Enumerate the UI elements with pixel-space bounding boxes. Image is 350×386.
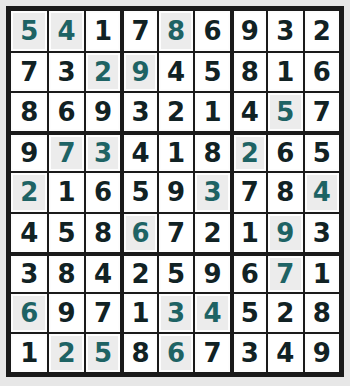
cell-r1c2[interactable]: 4 (47, 11, 83, 51)
cell-r7c1[interactable]: 3 (11, 252, 47, 292)
cell-r6c2[interactable]: 5 (47, 212, 83, 252)
cell-r3c4[interactable]: 3 (120, 91, 156, 131)
cell-r7c5[interactable]: 5 (157, 252, 193, 292)
cell-r2c2[interactable]: 3 (47, 51, 83, 91)
cell-r5c7[interactable]: 7 (230, 171, 266, 211)
cell-r5c2[interactable]: 1 (47, 171, 83, 211)
cell-r7c8[interactable]: 7 (266, 252, 302, 292)
cell-r7c2[interactable]: 8 (47, 252, 83, 292)
cell-r5c1[interactable]: 2 (11, 171, 47, 211)
cell-r9c4[interactable]: 8 (120, 332, 156, 372)
cell-r4c3[interactable]: 3 (84, 131, 120, 171)
cell-r6c8[interactable]: 9 (266, 212, 302, 252)
cell-r1c4[interactable]: 7 (120, 11, 156, 51)
cell-r2c9[interactable]: 6 (303, 51, 339, 91)
cell-r1c7[interactable]: 9 (230, 11, 266, 51)
cell-r8c7[interactable]: 5 (230, 292, 266, 332)
cell-r6c3[interactable]: 8 (84, 212, 120, 252)
cell-r3c3[interactable]: 9 (84, 91, 120, 131)
cell-r7c4[interactable]: 2 (120, 252, 156, 292)
cell-r9c7[interactable]: 3 (230, 332, 266, 372)
cell-r3c6[interactable]: 1 (193, 91, 229, 131)
cell-r8c4[interactable]: 1 (120, 292, 156, 332)
cell-r6c6[interactable]: 2 (193, 212, 229, 252)
cell-r9c6[interactable]: 7 (193, 332, 229, 372)
cell-r8c1[interactable]: 6 (11, 292, 47, 332)
cell-r7c7[interactable]: 6 (230, 252, 266, 292)
cell-r2c3[interactable]: 2 (84, 51, 120, 91)
cell-r9c2[interactable]: 2 (47, 332, 83, 372)
cell-r3c9[interactable]: 7 (303, 91, 339, 131)
cell-r4c6[interactable]: 8 (193, 131, 229, 171)
cell-r8c2[interactable]: 9 (47, 292, 83, 332)
cell-r9c5[interactable]: 6 (157, 332, 193, 372)
cell-r9c9[interactable]: 9 (303, 332, 339, 372)
cell-r7c3[interactable]: 4 (84, 252, 120, 292)
cell-r3c7[interactable]: 4 (230, 91, 266, 131)
sudoku-board: 5417869327329458168693214579734182652165… (6, 6, 344, 377)
cell-r4c9[interactable]: 5 (303, 131, 339, 171)
cell-r5c9[interactable]: 4 (303, 171, 339, 211)
cell-r1c8[interactable]: 3 (266, 11, 302, 51)
cell-r4c7[interactable]: 2 (230, 131, 266, 171)
cell-r1c1[interactable]: 5 (11, 11, 47, 51)
cell-r2c7[interactable]: 8 (230, 51, 266, 91)
cell-r6c7[interactable]: 1 (230, 212, 266, 252)
cell-r6c4[interactable]: 6 (120, 212, 156, 252)
cell-r9c3[interactable]: 5 (84, 332, 120, 372)
cell-r3c1[interactable]: 8 (11, 91, 47, 131)
cell-r8c6[interactable]: 4 (193, 292, 229, 332)
cell-r5c4[interactable]: 5 (120, 171, 156, 211)
cell-r2c5[interactable]: 4 (157, 51, 193, 91)
cell-r1c9[interactable]: 2 (303, 11, 339, 51)
cell-r7c6[interactable]: 9 (193, 252, 229, 292)
cell-r1c6[interactable]: 6 (193, 11, 229, 51)
cell-r9c1[interactable]: 1 (11, 332, 47, 372)
cell-r5c6[interactable]: 3 (193, 171, 229, 211)
cell-r8c5[interactable]: 3 (157, 292, 193, 332)
cell-r8c8[interactable]: 2 (266, 292, 302, 332)
cell-r7c9[interactable]: 1 (303, 252, 339, 292)
page: 5417869327329458168693214579734182652165… (0, 0, 350, 386)
cell-r2c1[interactable]: 7 (11, 51, 47, 91)
cell-r6c5[interactable]: 7 (157, 212, 193, 252)
cell-r8c9[interactable]: 8 (303, 292, 339, 332)
cell-r3c8[interactable]: 5 (266, 91, 302, 131)
cell-r4c1[interactable]: 9 (11, 131, 47, 171)
cell-r8c3[interactable]: 7 (84, 292, 120, 332)
cell-r1c5[interactable]: 8 (157, 11, 193, 51)
cell-r6c1[interactable]: 4 (11, 212, 47, 252)
cell-r2c4[interactable]: 9 (120, 51, 156, 91)
cell-r1c3[interactable]: 1 (84, 11, 120, 51)
cell-r4c2[interactable]: 7 (47, 131, 83, 171)
cell-r3c5[interactable]: 2 (157, 91, 193, 131)
cell-r9c8[interactable]: 4 (266, 332, 302, 372)
cell-r2c8[interactable]: 1 (266, 51, 302, 91)
cell-r4c4[interactable]: 4 (120, 131, 156, 171)
cell-r5c8[interactable]: 8 (266, 171, 302, 211)
cell-r5c3[interactable]: 6 (84, 171, 120, 211)
cell-r4c8[interactable]: 6 (266, 131, 302, 171)
cell-r6c9[interactable]: 3 (303, 212, 339, 252)
cell-r5c5[interactable]: 9 (157, 171, 193, 211)
cell-r4c5[interactable]: 1 (157, 131, 193, 171)
cell-r3c2[interactable]: 6 (47, 91, 83, 131)
cell-r2c6[interactable]: 5 (193, 51, 229, 91)
